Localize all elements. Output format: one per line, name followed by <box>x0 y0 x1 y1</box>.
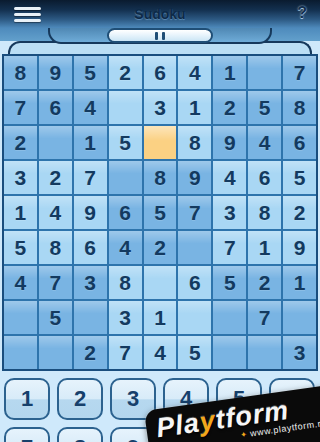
cell-r8c3[interactable] <box>74 301 107 334</box>
cell-r5c1[interactable]: 1 <box>4 196 37 229</box>
cell-r2c3[interactable]: 4 <box>74 91 107 124</box>
cell-r1c7[interactable]: 1 <box>213 56 246 89</box>
numpad-button-1[interactable]: 1 <box>4 378 50 420</box>
cell-r8c2[interactable]: 5 <box>39 301 72 334</box>
cell-r4c5[interactable]: 8 <box>144 161 177 194</box>
cell-r2c7[interactable]: 2 <box>213 91 246 124</box>
cell-r3c7[interactable]: 9 <box>213 126 246 159</box>
cell-r4c4[interactable] <box>109 161 142 194</box>
numpad-row-2: 789 <box>4 427 156 442</box>
cell-r3c5[interactable] <box>144 126 177 159</box>
cell-r7c9[interactable]: 1 <box>283 266 316 299</box>
cell-r5c5[interactable]: 5 <box>144 196 177 229</box>
pause-tab <box>48 26 272 44</box>
cell-r7c4[interactable]: 8 <box>109 266 142 299</box>
cell-r9c1[interactable] <box>4 336 37 369</box>
cell-r7c1[interactable]: 4 <box>4 266 37 299</box>
cell-r5c8[interactable]: 8 <box>248 196 281 229</box>
cell-r8c6[interactable] <box>178 301 211 334</box>
cell-r6c8[interactable]: 1 <box>248 231 281 264</box>
cell-r8c1[interactable] <box>4 301 37 334</box>
cell-r3c3[interactable]: 1 <box>74 126 107 159</box>
cell-r2c2[interactable]: 6 <box>39 91 72 124</box>
cell-r3c8[interactable]: 4 <box>248 126 281 159</box>
title-bar: Sudoku ? <box>0 0 320 28</box>
cell-r6c7[interactable]: 7 <box>213 231 246 264</box>
cell-r5c2[interactable]: 4 <box>39 196 72 229</box>
cell-r1c2[interactable]: 9 <box>39 56 72 89</box>
cell-r8c7[interactable] <box>213 301 246 334</box>
pause-icon <box>162 32 165 40</box>
cell-r6c6[interactable] <box>178 231 211 264</box>
cell-r7c5[interactable] <box>144 266 177 299</box>
cell-r4c8[interactable]: 6 <box>248 161 281 194</box>
numpad-button-8[interactable]: 8 <box>57 427 103 442</box>
cell-r1c4[interactable]: 2 <box>109 56 142 89</box>
cell-r3c6[interactable]: 8 <box>178 126 211 159</box>
cell-r7c2[interactable]: 7 <box>39 266 72 299</box>
numpad-button-2[interactable]: 2 <box>57 378 103 420</box>
cell-r2c9[interactable]: 8 <box>283 91 316 124</box>
cell-r8c5[interactable]: 1 <box>144 301 177 334</box>
cell-r2c4[interactable] <box>109 91 142 124</box>
cell-r7c6[interactable]: 6 <box>178 266 211 299</box>
help-button[interactable]: ? <box>297 4 307 22</box>
cell-r5c6[interactable]: 7 <box>178 196 211 229</box>
pause-icon <box>155 32 158 40</box>
cell-r4c1[interactable]: 3 <box>4 161 37 194</box>
cell-r9c5[interactable]: 4 <box>144 336 177 369</box>
sudoku-app: Sudoku ? 8952641776431258215894632789465… <box>0 0 320 442</box>
cell-r6c1[interactable]: 5 <box>4 231 37 264</box>
pause-button[interactable] <box>107 28 213 43</box>
cell-r6c3[interactable]: 6 <box>74 231 107 264</box>
cell-r1c8[interactable] <box>248 56 281 89</box>
cell-r4c9[interactable]: 5 <box>283 161 316 194</box>
cell-r5c7[interactable]: 3 <box>213 196 246 229</box>
cell-r9c9[interactable]: 3 <box>283 336 316 369</box>
cell-r1c5[interactable]: 6 <box>144 56 177 89</box>
cell-r1c9[interactable]: 7 <box>283 56 316 89</box>
cell-r9c2[interactable] <box>39 336 72 369</box>
cell-r2c5[interactable]: 3 <box>144 91 177 124</box>
page-title: Sudoku <box>0 6 320 22</box>
cell-r1c3[interactable]: 5 <box>74 56 107 89</box>
cell-r4c6[interactable]: 9 <box>178 161 211 194</box>
cell-r5c4[interactable]: 6 <box>109 196 142 229</box>
sudoku-board: 8952641776431258215894632789465149657382… <box>2 54 318 371</box>
cell-r6c9[interactable]: 9 <box>283 231 316 264</box>
cell-r1c6[interactable]: 4 <box>178 56 211 89</box>
numpad-button-7[interactable]: 7 <box>4 427 50 442</box>
cell-r4c2[interactable]: 2 <box>39 161 72 194</box>
cell-r1c1[interactable]: 8 <box>4 56 37 89</box>
cell-r4c7[interactable]: 4 <box>213 161 246 194</box>
cell-r2c1[interactable]: 7 <box>4 91 37 124</box>
cell-r2c6[interactable]: 1 <box>178 91 211 124</box>
cell-r8c4[interactable]: 3 <box>109 301 142 334</box>
cell-r8c8[interactable]: 7 <box>248 301 281 334</box>
cell-r7c7[interactable]: 5 <box>213 266 246 299</box>
cell-r6c2[interactable]: 8 <box>39 231 72 264</box>
cell-r4c3[interactable]: 7 <box>74 161 107 194</box>
cell-r3c4[interactable]: 5 <box>109 126 142 159</box>
cell-r3c9[interactable]: 6 <box>283 126 316 159</box>
cell-r5c9[interactable]: 2 <box>283 196 316 229</box>
cell-r9c7[interactable] <box>213 336 246 369</box>
cell-r6c5[interactable]: 2 <box>144 231 177 264</box>
cell-r8c9[interactable] <box>283 301 316 334</box>
cell-r7c3[interactable]: 3 <box>74 266 107 299</box>
cell-r9c6[interactable]: 5 <box>178 336 211 369</box>
cell-r9c3[interactable]: 2 <box>74 336 107 369</box>
cell-r9c4[interactable]: 7 <box>109 336 142 369</box>
cell-r3c1[interactable]: 2 <box>4 126 37 159</box>
cell-r6c4[interactable]: 4 <box>109 231 142 264</box>
cell-r7c8[interactable]: 2 <box>248 266 281 299</box>
cell-r2c8[interactable]: 5 <box>248 91 281 124</box>
cell-r3c2[interactable] <box>39 126 72 159</box>
cell-r9c8[interactable] <box>248 336 281 369</box>
cell-r5c3[interactable]: 9 <box>74 196 107 229</box>
